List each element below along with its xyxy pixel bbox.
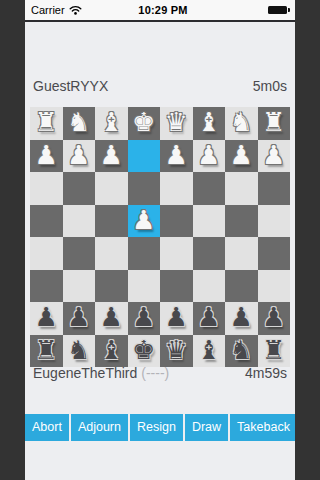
piece-white-bishop[interactable]: ♝ (197, 109, 220, 135)
opponent-row: GuestRYYX 5m0s (33, 77, 287, 95)
wifi-icon (69, 5, 82, 15)
resign-button[interactable]: Resign (130, 414, 183, 441)
status-bar: Carrier 10:29 PM (25, 0, 295, 20)
square-f3[interactable] (95, 172, 128, 205)
square-g6[interactable] (63, 270, 96, 303)
square-c7[interactable]: ♟ (193, 302, 226, 335)
piece-black-pawn[interactable]: ♟ (132, 304, 155, 330)
player-rating: (----) (141, 365, 169, 381)
opponent-name: GuestRYYX (33, 78, 253, 94)
square-h5[interactable] (30, 237, 63, 270)
chess-board[interactable]: ♜♞♝♚♛♝♞♜♟♟♟♟♟♟♟♟♟♟♟♟♟♟♟♟♜♞♝♚♛♝♞♜ (30, 107, 290, 367)
piece-black-knight[interactable]: ♞ (230, 337, 253, 363)
piece-white-pawn[interactable]: ♟ (100, 142, 123, 168)
square-d1[interactable]: ♛ (160, 107, 193, 140)
piece-white-pawn[interactable]: ♟ (262, 142, 285, 168)
piece-white-king[interactable]: ♚ (132, 109, 155, 135)
piece-black-rook[interactable]: ♜ (35, 337, 58, 363)
square-f6[interactable] (95, 270, 128, 303)
piece-white-pawn[interactable]: ♟ (35, 142, 58, 168)
square-g5[interactable] (63, 237, 96, 270)
square-b6[interactable] (225, 270, 258, 303)
square-e3[interactable] (128, 172, 161, 205)
action-toolbar: AbortAdjournResignDrawTakebackChat ❮ (25, 411, 295, 443)
square-h6[interactable] (30, 270, 63, 303)
square-c4[interactable] (193, 205, 226, 238)
square-g7[interactable]: ♟ (63, 302, 96, 335)
square-c3[interactable] (193, 172, 226, 205)
square-g2[interactable]: ♟ (63, 140, 96, 173)
square-a4[interactable] (258, 205, 291, 238)
square-d7[interactable]: ♟ (160, 302, 193, 335)
piece-black-pawn[interactable]: ♟ (165, 304, 188, 330)
player-name: EugeneTheThird (33, 365, 137, 381)
app-screen: Carrier 10:29 PM GuestRYYX 5m0s ♜♞♝♚♛♝♞♜… (25, 0, 295, 480)
player-clock: 4m59s (245, 365, 287, 381)
piece-black-pawn[interactable]: ♟ (67, 304, 90, 330)
square-f2[interactable]: ♟ (95, 140, 128, 173)
piece-black-king[interactable]: ♚ (132, 337, 155, 363)
square-h4[interactable] (30, 205, 63, 238)
square-g4[interactable] (63, 205, 96, 238)
square-e5[interactable] (128, 237, 161, 270)
statusbar-divider (25, 20, 295, 22)
square-b5[interactable] (225, 237, 258, 270)
square-f5[interactable] (95, 237, 128, 270)
square-e8[interactable]: ♚ (128, 335, 161, 368)
square-c1[interactable]: ♝ (193, 107, 226, 140)
piece-black-queen[interactable]: ♛ (165, 337, 188, 363)
square-h1[interactable]: ♜ (30, 107, 63, 140)
square-h8[interactable]: ♜ (30, 335, 63, 368)
battery-icon (268, 6, 287, 14)
square-e4[interactable]: ♟ (128, 205, 161, 238)
square-g3[interactable] (63, 172, 96, 205)
square-g1[interactable]: ♞ (63, 107, 96, 140)
clock-time: 10:29 PM (121, 4, 205, 16)
piece-white-queen[interactable]: ♛ (165, 109, 188, 135)
piece-black-bishop[interactable]: ♝ (100, 337, 123, 363)
draw-button[interactable]: Draw (185, 414, 228, 441)
square-b2[interactable]: ♟ (225, 140, 258, 173)
square-g8[interactable]: ♞ (63, 335, 96, 368)
square-b8[interactable]: ♞ (225, 335, 258, 368)
piece-black-pawn[interactable]: ♟ (262, 304, 285, 330)
square-a5[interactable] (258, 237, 291, 270)
piece-black-pawn[interactable]: ♟ (230, 304, 253, 330)
square-f8[interactable]: ♝ (95, 335, 128, 368)
piece-white-pawn[interactable]: ♟ (132, 207, 155, 233)
piece-white-rook[interactable]: ♜ (35, 109, 58, 135)
piece-black-pawn[interactable]: ♟ (35, 304, 58, 330)
piece-black-pawn[interactable]: ♟ (100, 304, 123, 330)
square-d3[interactable] (160, 172, 193, 205)
piece-black-knight[interactable]: ♞ (67, 337, 90, 363)
square-e1[interactable]: ♚ (128, 107, 161, 140)
piece-white-pawn[interactable]: ♟ (197, 142, 220, 168)
piece-black-rook[interactable]: ♜ (262, 337, 285, 363)
square-f1[interactable]: ♝ (95, 107, 128, 140)
square-c2[interactable]: ♟ (193, 140, 226, 173)
opponent-clock: 5m0s (253, 78, 287, 94)
square-d5[interactable] (160, 237, 193, 270)
square-f4[interactable] (95, 205, 128, 238)
player-name-wrap: EugeneTheThird(----) (33, 365, 245, 381)
piece-white-pawn[interactable]: ♟ (67, 142, 90, 168)
square-a8[interactable]: ♜ (258, 335, 291, 368)
square-b3[interactable] (225, 172, 258, 205)
piece-white-knight[interactable]: ♞ (230, 109, 253, 135)
piece-white-pawn[interactable]: ♟ (165, 142, 188, 168)
carrier-label: Carrier (31, 4, 65, 16)
square-b4[interactable] (225, 205, 258, 238)
square-a3[interactable] (258, 172, 291, 205)
square-d8[interactable]: ♛ (160, 335, 193, 368)
piece-white-pawn[interactable]: ♟ (230, 142, 253, 168)
square-a7[interactable]: ♟ (258, 302, 291, 335)
piece-white-knight[interactable]: ♞ (67, 109, 90, 135)
piece-white-bishop[interactable]: ♝ (100, 109, 123, 135)
square-e7[interactable]: ♟ (128, 302, 161, 335)
square-h3[interactable] (30, 172, 63, 205)
square-b1[interactable]: ♞ (225, 107, 258, 140)
square-d4[interactable] (160, 205, 193, 238)
square-a2[interactable]: ♟ (258, 140, 291, 173)
player-row: EugeneTheThird(----) 4m59s (33, 364, 287, 382)
square-a6[interactable] (258, 270, 291, 303)
square-a1[interactable]: ♜ (258, 107, 291, 140)
square-h7[interactable]: ♟ (30, 302, 63, 335)
piece-white-rook[interactable]: ♜ (262, 109, 285, 135)
action-buttons: AbortAdjournResignDrawTakebackChat (25, 414, 295, 441)
square-d2[interactable]: ♟ (160, 140, 193, 173)
square-c6[interactable] (193, 270, 226, 303)
square-e2[interactable] (128, 140, 161, 173)
square-d6[interactable] (160, 270, 193, 303)
adjourn-button[interactable]: Adjourn (71, 414, 128, 441)
takeback-button[interactable]: Takeback (230, 414, 295, 441)
square-c5[interactable] (193, 237, 226, 270)
piece-black-bishop[interactable]: ♝ (197, 337, 220, 363)
abort-button[interactable]: Abort (25, 414, 69, 441)
square-c8[interactable]: ♝ (193, 335, 226, 368)
square-f7[interactable]: ♟ (95, 302, 128, 335)
square-h2[interactable]: ♟ (30, 140, 63, 173)
piece-black-pawn[interactable]: ♟ (197, 304, 220, 330)
square-e6[interactable] (128, 270, 161, 303)
square-b7[interactable]: ♟ (225, 302, 258, 335)
